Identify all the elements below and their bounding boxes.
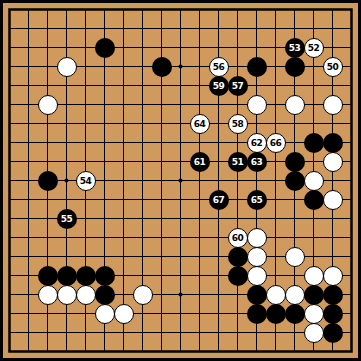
stone-black — [95, 38, 115, 58]
stone-black — [152, 57, 172, 77]
stone-black — [323, 285, 343, 305]
stone-white-64: 64 — [190, 114, 210, 134]
stone-white — [323, 152, 343, 172]
stone-black — [323, 323, 343, 343]
stone-white-58: 58 — [228, 114, 248, 134]
stone-white — [57, 57, 77, 77]
stone-black — [76, 266, 96, 286]
stone-white-50: 50 — [323, 57, 343, 77]
stone-black — [323, 133, 343, 153]
stone-black — [285, 152, 305, 172]
stone-black — [57, 266, 77, 286]
stone-white-60: 60 — [228, 228, 248, 248]
stone-black — [38, 266, 58, 286]
stone-black-57: 57 — [228, 76, 248, 96]
stone-white — [133, 285, 153, 305]
stone-black — [95, 285, 115, 305]
stone-black — [285, 57, 305, 77]
stone-white — [323, 95, 343, 115]
stone-white — [304, 171, 324, 191]
stone-white — [266, 285, 286, 305]
stone-black-61: 61 — [190, 152, 210, 172]
stone-black — [323, 304, 343, 324]
stone-black-67: 67 — [209, 190, 229, 210]
stone-black-59: 59 — [209, 76, 229, 96]
stone-white — [323, 190, 343, 210]
stone-black — [95, 266, 115, 286]
stone-black-63: 63 — [247, 152, 267, 172]
stone-white-52: 52 — [304, 38, 324, 58]
stone-white-56: 56 — [209, 57, 229, 77]
stone-white — [57, 285, 77, 305]
stone-white — [95, 304, 115, 324]
stone-black-65: 65 — [247, 190, 267, 210]
stone-black — [247, 304, 267, 324]
stone-white-66: 66 — [266, 133, 286, 153]
stone-white — [304, 266, 324, 286]
stone-white — [304, 323, 324, 343]
stone-white — [285, 285, 305, 305]
stone-black — [304, 133, 324, 153]
stone-black — [285, 171, 305, 191]
stone-black — [247, 57, 267, 77]
stones-layer: 535256505957645862666151635467655560 — [0, 0, 361, 361]
stone-white — [247, 228, 267, 248]
stone-white — [247, 95, 267, 115]
stone-black — [247, 285, 267, 305]
stone-white — [247, 247, 267, 267]
stone-black-53: 53 — [285, 38, 305, 58]
stone-white-62: 62 — [247, 133, 267, 153]
stone-black-55: 55 — [57, 209, 77, 229]
stone-black — [228, 247, 248, 267]
stone-black — [285, 304, 305, 324]
stone-white — [76, 285, 96, 305]
stone-white — [285, 95, 305, 115]
stone-white — [38, 285, 58, 305]
stone-black — [266, 304, 286, 324]
stone-black — [38, 171, 58, 191]
go-board: 535256505957645862666151635467655560 — [0, 0, 361, 361]
stone-white-54: 54 — [76, 171, 96, 191]
stone-black — [228, 266, 248, 286]
stone-black-51: 51 — [228, 152, 248, 172]
stone-white — [114, 304, 134, 324]
stone-white — [323, 266, 343, 286]
stone-white — [304, 304, 324, 324]
stone-black — [304, 190, 324, 210]
stone-white — [285, 247, 305, 267]
stone-black — [304, 285, 324, 305]
stone-white — [38, 95, 58, 115]
stone-white — [247, 266, 267, 286]
